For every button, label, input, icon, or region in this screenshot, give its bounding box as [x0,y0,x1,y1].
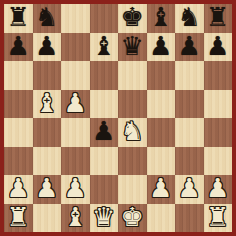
square-b7[interactable]: ♟ [33,33,62,62]
piece-black-queen[interactable]: ♛ [121,33,144,59]
square-d5[interactable] [90,90,119,119]
square-h6[interactable] [204,61,233,90]
square-h3[interactable] [204,147,233,176]
square-e3[interactable] [118,147,147,176]
square-d7[interactable]: ♝ [90,33,119,62]
square-a8[interactable]: ♜ [4,4,33,33]
piece-black-pawn[interactable]: ♟ [178,33,201,59]
piece-white-knight[interactable]: ♞ [121,118,144,144]
piece-white-rook[interactable]: ♜ [7,204,30,230]
piece-white-rook[interactable]: ♜ [206,204,229,230]
square-d8[interactable] [90,4,119,33]
square-e4[interactable]: ♞ [118,118,147,147]
square-b6[interactable] [33,61,62,90]
square-d6[interactable] [90,61,119,90]
piece-white-king[interactable]: ♚ [121,204,144,230]
piece-black-rook[interactable]: ♜ [7,4,30,30]
piece-white-pawn[interactable]: ♟ [7,175,30,201]
square-h1[interactable]: ♜ [204,204,233,233]
square-c2[interactable]: ♟ [61,175,90,204]
square-a2[interactable]: ♟ [4,175,33,204]
piece-white-pawn[interactable]: ♟ [178,175,201,201]
piece-black-bishop[interactable]: ♝ [149,4,172,30]
square-f7[interactable]: ♟ [147,33,176,62]
piece-black-pawn[interactable]: ♟ [92,118,115,144]
square-f6[interactable] [147,61,176,90]
square-h5[interactable] [204,90,233,119]
square-c4[interactable] [61,118,90,147]
piece-white-pawn[interactable]: ♟ [64,175,87,201]
square-a1[interactable]: ♜ [4,204,33,233]
piece-black-pawn[interactable]: ♟ [35,33,58,59]
square-f5[interactable] [147,90,176,119]
square-c6[interactable] [61,61,90,90]
piece-white-pawn[interactable]: ♟ [206,175,229,201]
piece-white-pawn[interactable]: ♟ [64,90,87,116]
square-e2[interactable] [118,175,147,204]
piece-white-bishop[interactable]: ♝ [35,90,58,116]
square-h4[interactable] [204,118,233,147]
square-b2[interactable]: ♟ [33,175,62,204]
square-g7[interactable]: ♟ [175,33,204,62]
square-e5[interactable] [118,90,147,119]
square-e8[interactable]: ♚ [118,4,147,33]
piece-black-pawn[interactable]: ♟ [149,33,172,59]
piece-black-rook[interactable]: ♜ [206,4,229,30]
square-f4[interactable] [147,118,176,147]
chess-board: ♜♞♚♝♞♜♟♟♝♛♟♟♟♝♟♟♞♟♟♟♟♟♟♜♝♛♚♜ [0,0,236,236]
square-c7[interactable] [61,33,90,62]
square-b4[interactable] [33,118,62,147]
square-b8[interactable]: ♞ [33,4,62,33]
square-c8[interactable] [61,4,90,33]
square-g6[interactable] [175,61,204,90]
piece-black-bishop[interactable]: ♝ [92,33,115,59]
square-g4[interactable] [175,118,204,147]
piece-black-pawn[interactable]: ♟ [7,33,30,59]
piece-white-pawn[interactable]: ♟ [149,175,172,201]
square-g2[interactable]: ♟ [175,175,204,204]
square-c5[interactable]: ♟ [61,90,90,119]
square-a6[interactable] [4,61,33,90]
square-b1[interactable] [33,204,62,233]
square-a3[interactable] [4,147,33,176]
square-d1[interactable]: ♛ [90,204,119,233]
square-e6[interactable] [118,61,147,90]
piece-black-knight[interactable]: ♞ [178,4,201,30]
square-g8[interactable]: ♞ [175,4,204,33]
square-b3[interactable] [33,147,62,176]
piece-white-pawn[interactable]: ♟ [35,175,58,201]
square-f1[interactable] [147,204,176,233]
square-a5[interactable] [4,90,33,119]
piece-black-knight[interactable]: ♞ [35,4,58,30]
square-d2[interactable] [90,175,119,204]
square-e1[interactable]: ♚ [118,204,147,233]
square-g1[interactable] [175,204,204,233]
square-f2[interactable]: ♟ [147,175,176,204]
square-h2[interactable]: ♟ [204,175,233,204]
square-b5[interactable]: ♝ [33,90,62,119]
square-d3[interactable] [90,147,119,176]
square-f8[interactable]: ♝ [147,4,176,33]
piece-black-pawn[interactable]: ♟ [206,33,229,59]
square-f3[interactable] [147,147,176,176]
square-a7[interactable]: ♟ [4,33,33,62]
square-d4[interactable]: ♟ [90,118,119,147]
square-g5[interactable] [175,90,204,119]
square-a4[interactable] [4,118,33,147]
square-h7[interactable]: ♟ [204,33,233,62]
square-c3[interactable] [61,147,90,176]
square-e7[interactable]: ♛ [118,33,147,62]
piece-black-king[interactable]: ♚ [121,4,144,30]
square-g3[interactable] [175,147,204,176]
piece-white-bishop[interactable]: ♝ [64,204,87,230]
square-c1[interactable]: ♝ [61,204,90,233]
square-h8[interactable]: ♜ [204,4,233,33]
piece-white-queen[interactable]: ♛ [92,204,115,230]
